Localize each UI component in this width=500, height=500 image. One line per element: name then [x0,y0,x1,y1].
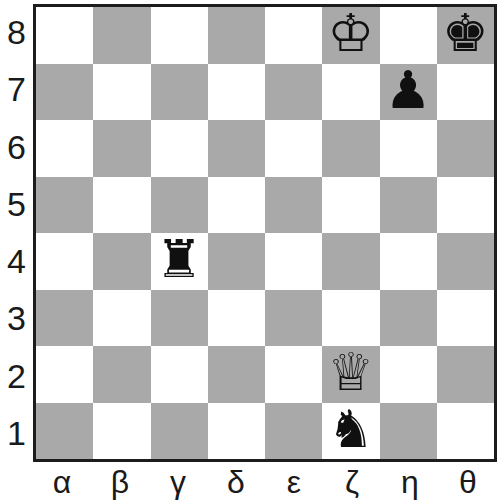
file-label-β: β [91,462,149,500]
black-rook[interactable]: ♜ [156,233,203,285]
square-θ1[interactable] [437,403,494,460]
square-β7[interactable] [93,64,150,121]
square-ζ8[interactable]: ♔ [322,7,379,64]
rank-label-4: 4 [0,233,33,290]
rank-label-8: 8 [0,4,33,61]
square-ζ4[interactable] [322,233,379,290]
square-η5[interactable] [380,177,437,234]
square-α6[interactable] [36,120,93,177]
square-β5[interactable] [93,177,150,234]
file-label-ε: ε [265,462,323,500]
square-β8[interactable] [93,7,150,64]
square-γ3[interactable] [151,290,208,347]
square-ζ1[interactable]: ♞ [322,403,379,460]
square-ε8[interactable] [265,7,322,64]
square-ζ3[interactable] [322,290,379,347]
square-δ7[interactable] [208,64,265,121]
chess-board: ♔♚♟♜♕♞ [33,4,497,462]
square-η6[interactable] [380,120,437,177]
square-θ3[interactable] [437,290,494,347]
black-knight[interactable]: ♞ [328,403,375,455]
rank-label-7: 7 [0,61,33,118]
square-θ2[interactable] [437,346,494,403]
square-ε3[interactable] [265,290,322,347]
rank-label-1: 1 [0,405,33,462]
square-δ2[interactable] [208,346,265,403]
square-δ1[interactable] [208,403,265,460]
square-θ4[interactable] [437,233,494,290]
square-α7[interactable] [36,64,93,121]
square-α4[interactable] [36,233,93,290]
square-δ4[interactable] [208,233,265,290]
chess-diagram: 87654321 ♔♚♟♜♕♞ αβγδεζηθ [0,0,500,500]
square-β6[interactable] [93,120,150,177]
square-θ5[interactable] [437,177,494,234]
file-label-γ: γ [149,462,207,500]
square-η8[interactable] [380,7,437,64]
square-η7[interactable]: ♟ [380,64,437,121]
square-α5[interactable] [36,177,93,234]
square-ε4[interactable] [265,233,322,290]
square-ε6[interactable] [265,120,322,177]
square-ζ7[interactable] [322,64,379,121]
square-ζ5[interactable] [322,177,379,234]
rank-label-6: 6 [0,119,33,176]
square-β2[interactable] [93,346,150,403]
square-θ7[interactable] [437,64,494,121]
file-label-α: α [33,462,91,500]
square-γ1[interactable] [151,403,208,460]
square-θ8[interactable]: ♚ [437,7,494,64]
square-ε5[interactable] [265,177,322,234]
file-label-δ: δ [207,462,265,500]
file-label-ζ: ζ [323,462,381,500]
white-king[interactable]: ♔ [328,7,375,59]
square-α1[interactable] [36,403,93,460]
square-γ6[interactable] [151,120,208,177]
square-α2[interactable] [36,346,93,403]
square-δ6[interactable] [208,120,265,177]
square-γ8[interactable] [151,7,208,64]
black-pawn[interactable]: ♟ [385,64,432,116]
rank-labels: 87654321 [0,4,33,462]
square-β4[interactable] [93,233,150,290]
square-δ8[interactable] [208,7,265,64]
square-γ5[interactable] [151,177,208,234]
black-king[interactable]: ♚ [442,7,489,59]
square-γ2[interactable] [151,346,208,403]
file-label-η: η [381,462,439,500]
square-β3[interactable] [93,290,150,347]
square-δ3[interactable] [208,290,265,347]
square-α8[interactable] [36,7,93,64]
rank-label-5: 5 [0,176,33,233]
square-η4[interactable] [380,233,437,290]
square-ε2[interactable] [265,346,322,403]
square-α3[interactable] [36,290,93,347]
file-labels: αβγδεζηθ [33,462,497,500]
square-γ7[interactable] [151,64,208,121]
square-ε7[interactable] [265,64,322,121]
square-η1[interactable] [380,403,437,460]
square-η3[interactable] [380,290,437,347]
rank-label-2: 2 [0,348,33,405]
white-queen[interactable]: ♕ [328,346,375,398]
square-δ5[interactable] [208,177,265,234]
square-ζ2[interactable]: ♕ [322,346,379,403]
file-label-θ: θ [439,462,497,500]
square-ζ6[interactable] [322,120,379,177]
rank-label-3: 3 [0,290,33,347]
square-γ4[interactable]: ♜ [151,233,208,290]
square-θ6[interactable] [437,120,494,177]
square-ε1[interactable] [265,403,322,460]
square-η2[interactable] [380,346,437,403]
square-β1[interactable] [93,403,150,460]
